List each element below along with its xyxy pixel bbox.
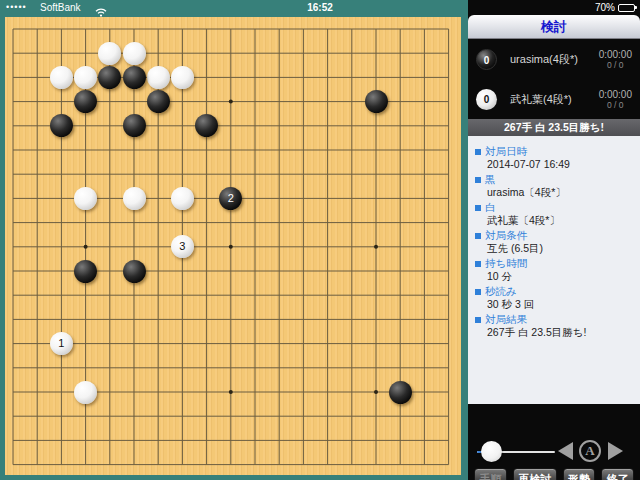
player-list: 0urasima(4段*)0:00:000 / 00武礼葉(4段*)0:00:0… [468, 39, 640, 119]
star-point [374, 245, 378, 249]
screen: ••••• SoftBank 16:52 231 70% 検討 0urasima… [0, 0, 640, 480]
battery-icon [618, 4, 635, 12]
star-point [84, 245, 88, 249]
stone-white: 1 [50, 332, 73, 355]
info-label: 白 [475, 201, 633, 214]
player-clock: 0:00:000 / 0 [599, 89, 632, 110]
stone-black [123, 114, 146, 137]
stone-white [171, 66, 194, 89]
stone-white [98, 42, 121, 65]
auto-play-button[interactable]: A [579, 440, 601, 462]
player-time-label: 0:00:00 [599, 89, 632, 100]
bullet-icon [475, 289, 481, 295]
stone-black [147, 90, 170, 113]
player-clock: 0:00:000 / 0 [599, 49, 632, 70]
go-board-region[interactable]: ••••• SoftBank 16:52 231 [0, 0, 468, 480]
evaluation-button[interactable]: 形勢 [563, 468, 596, 480]
info-label: 持ち時間 [475, 257, 633, 270]
bullet-icon [475, 177, 481, 183]
stone-black [123, 66, 146, 89]
stone-black [389, 381, 412, 404]
stone-white [74, 381, 97, 404]
result-bar: 267手 白 23.5目勝ち! [468, 119, 640, 136]
stone-black [365, 90, 388, 113]
slider-knob[interactable] [481, 441, 502, 462]
player-name-label: urasima(4段*) [510, 52, 578, 67]
stone-black [123, 260, 146, 283]
bottom-button-bar: 手順再検討形勢終了 [474, 468, 634, 480]
recheck-button[interactable]: 再検討 [513, 468, 557, 480]
info-value: 武礼葉〔4段*〕 [475, 214, 633, 227]
previous-move-button[interactable] [558, 442, 573, 460]
star-point [374, 390, 378, 394]
player-row: 0武礼葉(4段*)0:00:000 / 0 [468, 79, 640, 119]
info-value: 互先 (6.5目) [475, 242, 633, 255]
info-label: 対局条件 [475, 229, 633, 242]
info-value: 30 秒 3 回 [475, 298, 633, 311]
info-value: 2014-07-07 16:49 [475, 158, 633, 171]
star-point [229, 100, 233, 104]
player-periods-label: 0 / 0 [599, 60, 632, 70]
move-number-label: 3 [179, 240, 185, 252]
info-label: 対局結果 [475, 313, 633, 326]
info-value: 10 分 [475, 270, 633, 283]
stone-white [50, 66, 73, 89]
next-move-button[interactable] [608, 442, 623, 460]
move-number-label: 2 [228, 192, 234, 204]
end-button[interactable]: 終了 [601, 468, 634, 480]
player-row: 0urasima(4段*)0:00:000 / 0 [468, 39, 640, 79]
star-point [229, 245, 233, 249]
game-info-list: 対局日時2014-07-07 16:49黒urasima〔4段*〕白武礼葉〔4段… [468, 136, 640, 404]
player-periods-label: 0 / 0 [599, 100, 632, 110]
stone-white [123, 187, 146, 210]
player-time-label: 0:00:00 [599, 49, 632, 60]
info-label: 黒 [475, 173, 633, 186]
moves-button[interactable]: 手順 [474, 468, 507, 480]
info-label: 対局日時 [475, 145, 633, 158]
bullet-icon [475, 205, 481, 211]
battery-percent-label: 70% [595, 2, 615, 13]
playback-controls: A 手順再検討形勢終了 [468, 420, 640, 480]
stone-white [171, 187, 194, 210]
move-slider[interactable]: A [468, 434, 640, 462]
player-name-label: 武礼葉(4段*) [510, 92, 572, 107]
stone-black [74, 260, 97, 283]
stone-white [147, 66, 170, 89]
panel-body: 検討 0urasima(4段*)0:00:000 / 00武礼葉(4段*)0:0… [468, 15, 640, 480]
bullet-icon [475, 233, 481, 239]
info-value: urasima〔4段*〕 [475, 186, 633, 199]
bullet-icon [475, 261, 481, 267]
stone-white [123, 42, 146, 65]
info-label: 秒読み [475, 285, 633, 298]
panel-title: 検討 [468, 15, 640, 39]
info-value: 267手 白 23.5目勝ち! [475, 326, 633, 339]
bullet-icon [475, 149, 481, 155]
bullet-icon [475, 317, 481, 323]
status-bar-right: 70% [595, 0, 635, 15]
move-number-label: 1 [58, 337, 64, 349]
review-panel: 70% 検討 0urasima(4段*)0:00:000 / 00武礼葉(4段*… [468, 0, 640, 480]
star-point [229, 390, 233, 394]
stone-white [74, 187, 97, 210]
captures-stone-icon: 0 [476, 89, 497, 110]
stone-white [74, 66, 97, 89]
captures-stone-icon: 0 [476, 49, 497, 70]
